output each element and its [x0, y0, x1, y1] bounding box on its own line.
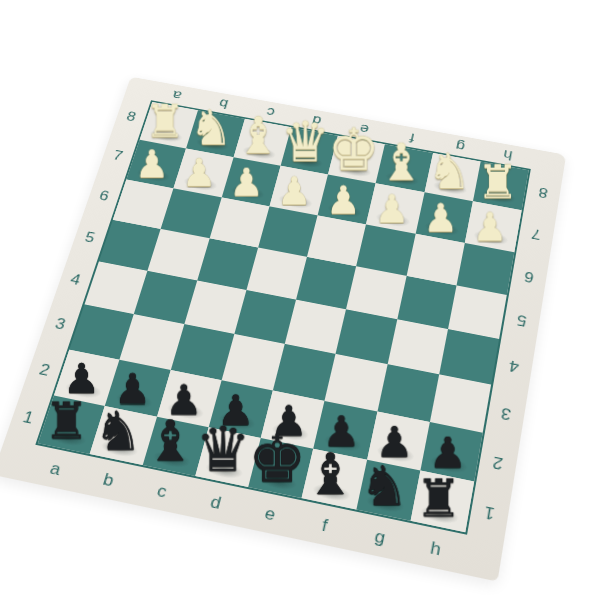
- square-f6[interactable]: [356, 224, 415, 275]
- piece-white-pawn[interactable]: ♟: [326, 181, 361, 218]
- rank-label-7: 7: [107, 135, 129, 176]
- square-a3[interactable]: [69, 305, 133, 360]
- square-g5[interactable]: [397, 276, 457, 330]
- piece-white-king[interactable]: ♚: [327, 122, 379, 177]
- square-e1[interactable]: ♚: [248, 438, 313, 498]
- mat-corner: [460, 535, 504, 582]
- square-a4[interactable]: [84, 261, 147, 314]
- square-d6[interactable]: [258, 206, 318, 257]
- square-b3[interactable]: [120, 314, 184, 369]
- file-label-f: f: [295, 511, 354, 540]
- rank-label-5: 5: [78, 215, 101, 259]
- rank-label-7: 7: [528, 212, 544, 256]
- piece-white-pawn[interactable]: ♟: [473, 208, 508, 245]
- piece-black-rook[interactable]: ♜: [43, 398, 88, 446]
- square-g8[interactable]: ♞: [424, 153, 480, 202]
- piece-black-bishop[interactable]: ♝: [145, 414, 195, 467]
- file-label-d: d: [187, 488, 246, 516]
- rank-label-4: 4: [506, 342, 523, 390]
- piece-white-bishop[interactable]: ♝: [378, 138, 423, 186]
- file-label-a: a: [26, 455, 84, 483]
- rank-label-8: 8: [536, 171, 552, 213]
- piece-black-king[interactable]: ♚: [248, 428, 307, 490]
- piece-white-pawn[interactable]: ♟: [182, 154, 216, 190]
- piece-white-pawn[interactable]: ♟: [423, 199, 458, 236]
- square-c4[interactable]: [184, 280, 246, 334]
- piece-black-queen[interactable]: ♛: [196, 420, 251, 479]
- square-h1[interactable]: ♜: [410, 470, 474, 532]
- piece-white-pawn[interactable]: ♟: [229, 163, 263, 200]
- piece-white-bishop[interactable]: ♝: [236, 112, 281, 160]
- square-f3[interactable]: [325, 354, 387, 411]
- file-label-b: b: [79, 466, 137, 494]
- piece-white-knight[interactable]: ♞: [428, 149, 472, 195]
- square-g6[interactable]: [406, 233, 464, 285]
- rank-label-3: 3: [48, 301, 73, 348]
- rank-label-3: 3: [497, 388, 515, 438]
- piece-black-rook[interactable]: ♜: [416, 474, 463, 523]
- mat-corner: [531, 149, 566, 175]
- file-label-c: c: [133, 477, 191, 505]
- piece-white-knight[interactable]: ♞: [190, 106, 233, 152]
- photo-scene: abcdefgh 87654321 ♜♞♝♛♚♝♞♜♟♟♟♟♟♟♟♟♟♟♟♟♟♟…: [0, 0, 600, 600]
- rank-label-8: 8: [120, 97, 142, 137]
- file-label-h: h: [406, 534, 465, 563]
- piece-black-knight[interactable]: ♞: [94, 406, 142, 457]
- piece-white-pawn[interactable]: ♟: [277, 172, 312, 209]
- rank-label-4: 4: [63, 257, 87, 302]
- rank-label-6: 6: [521, 254, 538, 299]
- rank-label-5: 5: [513, 297, 530, 344]
- piece-white-rook[interactable]: ♜: [477, 160, 518, 204]
- piece-white-rook[interactable]: ♜: [144, 100, 184, 143]
- chess-mat: abcdefgh 87654321 ♜♞♝♛♚♝♞♜♟♟♟♟♟♟♟♟♟♟♟♟♟♟…: [0, 77, 566, 582]
- piece-white-queen[interactable]: ♛: [281, 117, 330, 169]
- file-label-g: g: [351, 522, 410, 551]
- square-d3[interactable]: [222, 334, 285, 390]
- file-label-e: e: [241, 499, 300, 527]
- rank-label-1: 1: [480, 486, 499, 540]
- piece-white-pawn[interactable]: ♟: [134, 146, 168, 182]
- rank-label-6: 6: [93, 175, 116, 217]
- piece-black-knight[interactable]: ♞: [360, 460, 409, 512]
- rank-label-2: 2: [489, 436, 507, 488]
- piece-white-pawn[interactable]: ♟: [374, 190, 409, 227]
- square-g1[interactable]: ♞: [356, 459, 420, 520]
- piece-black-bishop[interactable]: ♝: [305, 447, 356, 501]
